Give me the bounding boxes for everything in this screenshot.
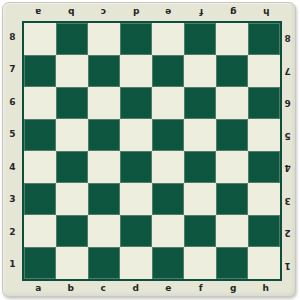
square-a3[interactable] (24, 183, 56, 215)
square-d6[interactable] (120, 87, 152, 119)
square-d2[interactable] (120, 215, 152, 247)
file-label-top-d: d (120, 3, 153, 21)
square-c1[interactable] (88, 247, 120, 279)
rank-label-right-2: 2 (280, 216, 295, 249)
square-c8[interactable] (88, 23, 120, 55)
square-g7[interactable] (216, 55, 248, 87)
file-label-bottom-g: g (217, 281, 250, 296)
square-b2[interactable] (56, 215, 88, 247)
square-d8[interactable] (120, 23, 152, 55)
rank-label-left-7: 7 (3, 54, 22, 87)
square-b8[interactable] (56, 23, 88, 55)
file-label-bottom-h: h (250, 281, 283, 296)
file-label-top-e: e (152, 3, 185, 21)
rank-label-left-3: 3 (3, 184, 22, 217)
square-h6[interactable] (248, 87, 280, 119)
file-label-top-f: f (185, 3, 218, 21)
square-e1[interactable] (152, 247, 184, 279)
square-a8[interactable] (24, 23, 56, 55)
file-label-bottom-a: a (22, 281, 55, 296)
file-label-top-a: a (22, 3, 55, 21)
product-photo-background: abcdefgh abcdefgh 87654321 87654321 (0, 0, 300, 300)
square-c4[interactable] (88, 151, 120, 183)
square-b5[interactable] (56, 119, 88, 151)
square-d4[interactable] (120, 151, 152, 183)
rank-label-right-3: 3 (280, 184, 295, 217)
square-g1[interactable] (216, 247, 248, 279)
rank-label-right-7: 7 (280, 54, 295, 87)
square-h4[interactable] (248, 151, 280, 183)
square-d3[interactable] (120, 183, 152, 215)
square-c3[interactable] (88, 183, 120, 215)
square-f6[interactable] (184, 87, 216, 119)
square-e2[interactable] (152, 215, 184, 247)
square-d7[interactable] (120, 55, 152, 87)
square-g6[interactable] (216, 87, 248, 119)
square-a6[interactable] (24, 87, 56, 119)
square-h2[interactable] (248, 215, 280, 247)
square-a2[interactable] (24, 215, 56, 247)
square-f7[interactable] (184, 55, 216, 87)
file-labels-top: abcdefgh (22, 3, 282, 21)
square-b3[interactable] (56, 183, 88, 215)
square-e8[interactable] (152, 23, 184, 55)
square-b6[interactable] (56, 87, 88, 119)
rank-label-left-5: 5 (3, 119, 22, 152)
square-f3[interactable] (184, 183, 216, 215)
square-d5[interactable] (120, 119, 152, 151)
file-label-bottom-c: c (87, 281, 120, 296)
square-e4[interactable] (152, 151, 184, 183)
square-g5[interactable] (216, 119, 248, 151)
rank-label-left-1: 1 (3, 249, 22, 282)
file-label-top-b: b (55, 3, 88, 21)
square-e3[interactable] (152, 183, 184, 215)
rank-label-right-5: 5 (280, 119, 295, 152)
chess-board: abcdefgh abcdefgh 87654321 87654321 (2, 2, 296, 297)
square-b7[interactable] (56, 55, 88, 87)
square-g4[interactable] (216, 151, 248, 183)
rank-label-right-8: 8 (280, 21, 295, 54)
file-labels-bottom: abcdefgh (22, 281, 282, 296)
file-label-top-c: c (87, 3, 120, 21)
square-d1[interactable] (120, 247, 152, 279)
rank-label-right-6: 6 (280, 86, 295, 119)
file-label-bottom-f: f (185, 281, 218, 296)
square-h1[interactable] (248, 247, 280, 279)
square-g8[interactable] (216, 23, 248, 55)
file-label-bottom-e: e (152, 281, 185, 296)
square-a7[interactable] (24, 55, 56, 87)
file-label-bottom-b: b (55, 281, 88, 296)
square-h8[interactable] (248, 23, 280, 55)
square-b4[interactable] (56, 151, 88, 183)
square-g3[interactable] (216, 183, 248, 215)
rank-label-left-8: 8 (3, 21, 22, 54)
square-c5[interactable] (88, 119, 120, 151)
rank-labels-right: 87654321 (280, 21, 295, 281)
square-f4[interactable] (184, 151, 216, 183)
square-c6[interactable] (88, 87, 120, 119)
rank-label-right-1: 1 (280, 249, 295, 282)
rank-labels-left: 87654321 (3, 21, 22, 281)
square-g2[interactable] (216, 215, 248, 247)
square-h3[interactable] (248, 183, 280, 215)
square-a4[interactable] (24, 151, 56, 183)
rank-label-left-6: 6 (3, 86, 22, 119)
square-a1[interactable] (24, 247, 56, 279)
file-label-bottom-d: d (120, 281, 153, 296)
square-c7[interactable] (88, 55, 120, 87)
rank-label-right-4: 4 (280, 151, 295, 184)
square-e5[interactable] (152, 119, 184, 151)
square-f5[interactable] (184, 119, 216, 151)
file-label-top-g: g (217, 3, 250, 21)
square-e7[interactable] (152, 55, 184, 87)
rank-label-left-2: 2 (3, 216, 22, 249)
square-a5[interactable] (24, 119, 56, 151)
square-f1[interactable] (184, 247, 216, 279)
square-e6[interactable] (152, 87, 184, 119)
square-c2[interactable] (88, 215, 120, 247)
square-f2[interactable] (184, 215, 216, 247)
square-h5[interactable] (248, 119, 280, 151)
square-h7[interactable] (248, 55, 280, 87)
square-b1[interactable] (56, 247, 88, 279)
file-label-top-h: h (250, 3, 283, 21)
playing-area (22, 21, 282, 281)
square-f8[interactable] (184, 23, 216, 55)
rank-label-left-4: 4 (3, 151, 22, 184)
